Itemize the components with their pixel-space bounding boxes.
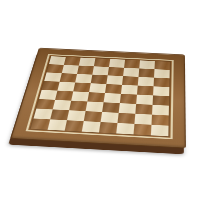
- product-photo-canvas: [0, 0, 200, 200]
- board-grid: [31, 56, 170, 136]
- chess-board: [10, 48, 186, 148]
- frame-inlay-line: [26, 54, 174, 139]
- square-c1: [65, 120, 84, 131]
- square-g1: [134, 124, 152, 135]
- square-f1: [116, 123, 134, 134]
- square-d1: [82, 121, 101, 132]
- square-e1: [99, 122, 118, 133]
- square-h1: [151, 125, 169, 137]
